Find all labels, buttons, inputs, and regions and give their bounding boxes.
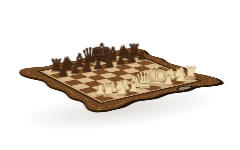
product-photo: ♜♞♝♛♚♝♞♜♟♟♟♟♟♟♟♟♟♟♟♟♟♟♟♟♜♞♝♛♚♝♞♜ — [0, 0, 240, 150]
square-a7: ♟ — [50, 73, 69, 79]
white-rook: ♜ — [93, 82, 125, 100]
black-pawn: ♟ — [48, 64, 78, 77]
